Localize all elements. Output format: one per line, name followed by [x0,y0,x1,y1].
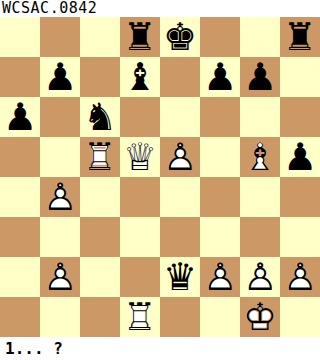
white-pawn-outline: ♙ [40,177,80,217]
square-f8[interactable] [200,17,240,57]
square-d1[interactable]: ♜♖ [120,297,160,337]
white-pawn-outline: ♙ [200,257,240,297]
square-f5[interactable] [200,137,240,177]
black-pawn-fill: ♟ [240,57,280,97]
square-d5[interactable]: ♛♕ [120,137,160,177]
square-a5[interactable] [0,137,40,177]
black-knight[interactable]: ♞ [80,97,120,137]
square-d8[interactable]: ♜ [120,17,160,57]
black-pawn[interactable]: ♟ [240,57,280,97]
square-e1[interactable] [160,297,200,337]
square-d6[interactable] [120,97,160,137]
white-pawn[interactable]: ♟♙ [240,257,280,297]
white-queen-outline: ♕ [120,137,160,177]
square-f1[interactable] [200,297,240,337]
black-rook-fill: ♜ [120,17,160,57]
square-d2[interactable] [120,257,160,297]
square-d3[interactable] [120,217,160,257]
black-knight-fill: ♞ [80,97,120,137]
square-a1[interactable] [0,297,40,337]
square-e3[interactable] [160,217,200,257]
square-c3[interactable] [80,217,120,257]
square-b7[interactable]: ♟ [40,57,80,97]
square-g1[interactable]: ♚♔ [240,297,280,337]
chess-diagram: WCSAC.0842 ♜♚♜♟♝♟♟♟♞♜♖♛♕♟♙♝♗♟♟♙♟♙♛♟♙♟♙♟♙… [0,0,320,360]
square-c4[interactable] [80,177,120,217]
square-a2[interactable] [0,257,40,297]
square-e6[interactable] [160,97,200,137]
black-pawn[interactable]: ♟ [0,97,40,137]
white-rook[interactable]: ♜♖ [80,137,120,177]
square-g5[interactable]: ♝♗ [240,137,280,177]
white-queen[interactable]: ♛♕ [120,137,160,177]
square-h2[interactable]: ♟♙ [280,257,320,297]
white-pawn-outline: ♙ [280,257,320,297]
white-pawn-outline: ♙ [160,137,200,177]
white-bishop[interactable]: ♝♗ [240,137,280,177]
square-h8[interactable]: ♜ [280,17,320,57]
black-pawn-fill: ♟ [280,137,320,177]
square-b1[interactable] [40,297,80,337]
black-pawn[interactable]: ♟ [200,57,240,97]
square-f3[interactable] [200,217,240,257]
square-b8[interactable] [40,17,80,57]
white-pawn-outline: ♙ [240,257,280,297]
square-d4[interactable] [120,177,160,217]
square-e2[interactable]: ♛ [160,257,200,297]
square-b6[interactable] [40,97,80,137]
black-pawn-fill: ♟ [200,57,240,97]
square-a7[interactable] [0,57,40,97]
white-pawn[interactable]: ♟♙ [160,137,200,177]
square-e5[interactable]: ♟♙ [160,137,200,177]
square-f2[interactable]: ♟♙ [200,257,240,297]
white-rook-outline: ♖ [120,297,160,337]
white-bishop-outline: ♗ [240,137,280,177]
square-h4[interactable] [280,177,320,217]
square-b3[interactable] [40,217,80,257]
square-g2[interactable]: ♟♙ [240,257,280,297]
black-queen-fill: ♛ [160,257,200,297]
square-e4[interactable] [160,177,200,217]
square-h3[interactable] [280,217,320,257]
move-prompt: 1... ? [0,337,320,360]
black-pawn[interactable]: ♟ [280,137,320,177]
white-pawn[interactable]: ♟♙ [40,257,80,297]
square-c7[interactable] [80,57,120,97]
black-pawn-fill: ♟ [0,97,40,137]
square-c6[interactable]: ♞ [80,97,120,137]
black-rook-fill: ♜ [280,17,320,57]
square-c5[interactable]: ♜♖ [80,137,120,177]
square-a4[interactable] [0,177,40,217]
square-g3[interactable] [240,217,280,257]
white-king-outline: ♔ [240,297,280,337]
square-h1[interactable] [280,297,320,337]
square-c1[interactable] [80,297,120,337]
white-pawn-outline: ♙ [40,257,80,297]
square-g6[interactable] [240,97,280,137]
square-h7[interactable] [280,57,320,97]
black-queen[interactable]: ♛ [160,257,200,297]
square-h6[interactable] [280,97,320,137]
square-f6[interactable] [200,97,240,137]
black-bishop[interactable]: ♝ [120,57,160,97]
chess-board: ♜♚♜♟♝♟♟♟♞♜♖♛♕♟♙♝♗♟♟♙♟♙♛♟♙♟♙♟♙♜♖♚♔ [0,17,320,337]
square-b5[interactable] [40,137,80,177]
square-b2[interactable]: ♟♙ [40,257,80,297]
white-pawn[interactable]: ♟♙ [40,177,80,217]
white-king[interactable]: ♚♔ [240,297,280,337]
black-king-fill: ♚ [160,17,200,57]
square-a3[interactable] [0,217,40,257]
square-c2[interactable] [80,257,120,297]
square-c8[interactable] [80,17,120,57]
black-bishop-fill: ♝ [120,57,160,97]
square-h5[interactable]: ♟ [280,137,320,177]
square-e8[interactable]: ♚ [160,17,200,57]
square-f7[interactable]: ♟ [200,57,240,97]
black-rook[interactable]: ♜ [280,17,320,57]
white-pawn[interactable]: ♟♙ [280,257,320,297]
square-d7[interactable]: ♝ [120,57,160,97]
white-rook[interactable]: ♜♖ [120,297,160,337]
black-king[interactable]: ♚ [160,17,200,57]
square-e7[interactable] [160,57,200,97]
white-pawn[interactable]: ♟♙ [200,257,240,297]
square-f4[interactable] [200,177,240,217]
square-a6[interactable]: ♟ [0,97,40,137]
diagram-title: WCSAC.0842 [0,0,320,17]
square-b4[interactable]: ♟♙ [40,177,80,217]
white-rook-outline: ♖ [80,137,120,177]
black-pawn-fill: ♟ [40,57,80,97]
square-a8[interactable] [0,17,40,57]
black-rook[interactable]: ♜ [120,17,160,57]
square-g7[interactable]: ♟ [240,57,280,97]
square-g4[interactable] [240,177,280,217]
square-g8[interactable] [240,17,280,57]
black-pawn[interactable]: ♟ [40,57,80,97]
